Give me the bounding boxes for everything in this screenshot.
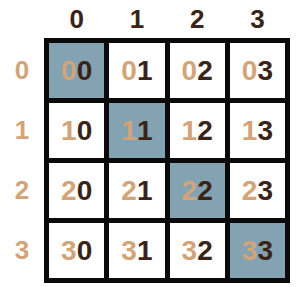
cell-13-col-digit: 3 [257, 117, 273, 145]
cell-02-col-digit: 2 [197, 57, 213, 85]
cell-22-row-digit: 2 [182, 177, 198, 205]
cell-13: 13 [230, 103, 285, 158]
cell-30-row-digit: 3 [61, 237, 77, 265]
cell-33-col-digit: 3 [257, 237, 273, 265]
cell-12: 12 [170, 103, 225, 158]
cell-32-row-digit: 3 [182, 237, 198, 265]
cell-01-row-digit: 0 [121, 57, 137, 85]
cell-11-row-digit: 1 [121, 117, 137, 145]
cell-22-col-digit: 2 [197, 177, 213, 205]
cell-21: 21 [109, 163, 164, 218]
cell-12-row-digit: 1 [182, 117, 198, 145]
cell-00-col-digit: 0 [77, 57, 93, 85]
cell-33: 33 [230, 223, 285, 278]
cell-03-col-digit: 3 [257, 57, 273, 85]
row-header-0: 0 [0, 43, 44, 98]
cell-31-col-digit: 1 [137, 237, 153, 265]
cell-30: 30 [49, 223, 104, 278]
cell-10: 10 [49, 103, 104, 158]
cell-01: 01 [109, 43, 164, 98]
column-header-1: 1 [109, 0, 164, 38]
cell-02: 02 [170, 43, 225, 98]
cell-32-col-digit: 2 [197, 237, 213, 265]
row-header-2: 2 [0, 163, 44, 218]
cell-03: 03 [230, 43, 285, 98]
cell-11: 11 [109, 103, 164, 158]
cell-23: 23 [230, 163, 285, 218]
cell-20-col-digit: 0 [77, 177, 93, 205]
cell-21-col-digit: 1 [137, 177, 153, 205]
cell-10-row-digit: 1 [61, 117, 77, 145]
cell-20-row-digit: 2 [61, 177, 77, 205]
column-header-2: 2 [170, 0, 225, 38]
cell-10-col-digit: 0 [77, 117, 93, 145]
row-headers: 0 1 2 3 [0, 38, 44, 283]
cell-33-row-digit: 3 [242, 237, 258, 265]
cell-20: 20 [49, 163, 104, 218]
cell-22: 22 [170, 163, 225, 218]
cell-23-row-digit: 2 [242, 177, 258, 205]
grid-board: 00 01 02 03 10 11 12 13 20 21 22 [44, 38, 290, 283]
cell-00: 00 [49, 43, 104, 98]
cell-32: 32 [170, 223, 225, 278]
cell-02-row-digit: 0 [182, 57, 198, 85]
cell-31: 31 [109, 223, 164, 278]
cell-23-col-digit: 3 [257, 177, 273, 205]
cell-01-col-digit: 1 [137, 57, 153, 85]
cell-30-col-digit: 0 [77, 237, 93, 265]
cell-03-row-digit: 0 [242, 57, 258, 85]
column-headers: 0 1 2 3 [44, 0, 290, 38]
column-header-3: 3 [230, 0, 285, 38]
cell-11-col-digit: 1 [137, 117, 153, 145]
row-header-3: 3 [0, 223, 44, 278]
cell-13-row-digit: 1 [242, 117, 258, 145]
cell-21-row-digit: 2 [121, 177, 137, 205]
cell-31-row-digit: 3 [121, 237, 137, 265]
cell-00-row-digit: 0 [61, 57, 77, 85]
cell-12-col-digit: 2 [197, 117, 213, 145]
column-header-0: 0 [49, 0, 104, 38]
row-header-1: 1 [0, 103, 44, 158]
matrix-index-figure: 0 1 2 3 0 1 2 3 00 01 02 03 10 11 12 [0, 0, 304, 287]
